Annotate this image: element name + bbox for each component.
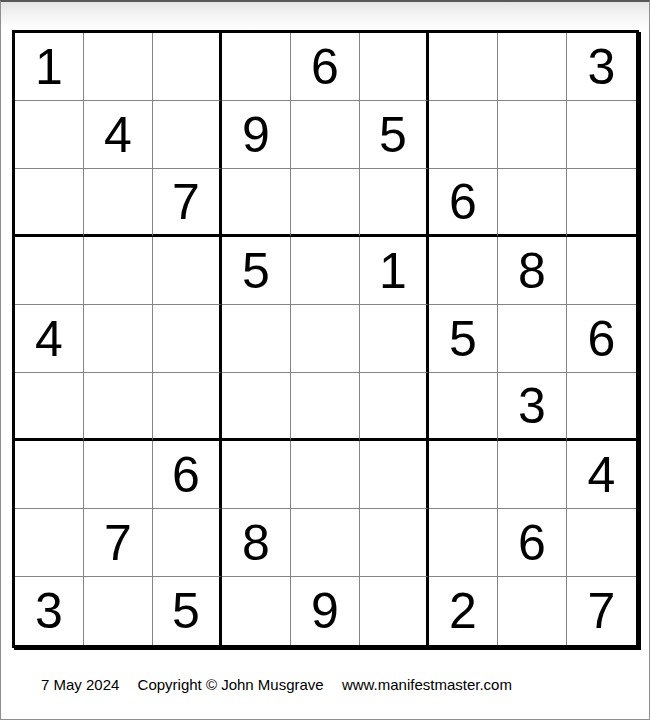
cell-r6c2 [84, 373, 153, 441]
cell-r3c4 [222, 169, 291, 237]
cell-r2c8 [498, 101, 567, 169]
cell-r9c7: 2 [429, 577, 498, 645]
footer-copyright: Copyright © John Musgrave [138, 676, 324, 693]
cell-r8c4: 8 [222, 509, 291, 577]
cell-r3c1 [15, 169, 84, 237]
cell-r6c7 [429, 373, 498, 441]
cell-r9c8 [498, 577, 567, 645]
cell-r1c3 [153, 33, 222, 101]
cell-r6c9 [567, 373, 636, 441]
cell-r2c1 [15, 101, 84, 169]
cell-r7c7 [429, 441, 498, 509]
cell-r2c2: 4 [84, 101, 153, 169]
cell-r3c9 [567, 169, 636, 237]
cell-r5c5 [291, 305, 360, 373]
cell-r6c4 [222, 373, 291, 441]
cell-r4c1 [15, 237, 84, 305]
cell-r1c1: 1 [15, 33, 84, 101]
cell-r9c1: 3 [15, 577, 84, 645]
cell-r5c2 [84, 305, 153, 373]
cell-r4c9 [567, 237, 636, 305]
cell-r8c7 [429, 509, 498, 577]
cell-r4c2 [84, 237, 153, 305]
cell-r9c2 [84, 577, 153, 645]
cell-r3c3: 7 [153, 169, 222, 237]
cell-r6c3 [153, 373, 222, 441]
cell-r4c3 [153, 237, 222, 305]
cell-r1c4 [222, 33, 291, 101]
cell-r8c9 [567, 509, 636, 577]
cell-r3c5 [291, 169, 360, 237]
cell-r7c9: 4 [567, 441, 636, 509]
cell-r3c2 [84, 169, 153, 237]
cell-r2c6: 5 [360, 101, 429, 169]
cell-r5c9: 6 [567, 305, 636, 373]
cell-r1c9: 3 [567, 33, 636, 101]
cell-r7c6 [360, 441, 429, 509]
cell-r9c3: 5 [153, 577, 222, 645]
cell-r7c1 [15, 441, 84, 509]
cell-r6c6 [360, 373, 429, 441]
cell-r5c8 [498, 305, 567, 373]
cell-r8c2: 7 [84, 509, 153, 577]
cell-r7c8 [498, 441, 567, 509]
page-header-strip [1, 2, 649, 30]
cell-r5c1: 4 [15, 305, 84, 373]
cell-r7c3: 6 [153, 441, 222, 509]
cell-r8c3 [153, 509, 222, 577]
cell-r2c5 [291, 101, 360, 169]
cell-r6c5 [291, 373, 360, 441]
cell-r6c1 [15, 373, 84, 441]
cell-r1c5: 6 [291, 33, 360, 101]
cell-r9c9: 7 [567, 577, 636, 645]
cell-r8c5 [291, 509, 360, 577]
cell-r4c8: 8 [498, 237, 567, 305]
cell-r5c6 [360, 305, 429, 373]
sudoku-grid: 1634957651845636478635927 [12, 30, 639, 648]
cell-r1c8 [498, 33, 567, 101]
cell-r7c4 [222, 441, 291, 509]
footer-date: 7 May 2024 [41, 676, 119, 693]
cell-r4c5 [291, 237, 360, 305]
cell-r3c7: 6 [429, 169, 498, 237]
cell-r5c7: 5 [429, 305, 498, 373]
cell-r2c7 [429, 101, 498, 169]
cell-r2c4: 9 [222, 101, 291, 169]
cell-r3c8 [498, 169, 567, 237]
cell-r2c9 [567, 101, 636, 169]
footer-website: www.manifestmaster.com [342, 676, 512, 693]
cell-r8c6 [360, 509, 429, 577]
cell-r6c8: 3 [498, 373, 567, 441]
puzzle-page: 1634957651845636478635927 7 May 2024 Cop… [0, 0, 650, 720]
cell-r2c3 [153, 101, 222, 169]
cell-r5c4 [222, 305, 291, 373]
cell-r7c5 [291, 441, 360, 509]
cell-r9c5: 9 [291, 577, 360, 645]
cell-r7c2 [84, 441, 153, 509]
cell-r9c4 [222, 577, 291, 645]
cell-r9c6 [360, 577, 429, 645]
cell-r1c7 [429, 33, 498, 101]
cell-r8c1 [15, 509, 84, 577]
cell-r4c4: 5 [222, 237, 291, 305]
footer: 7 May 2024 Copyright © John Musgrave www… [1, 676, 649, 693]
cell-r1c6 [360, 33, 429, 101]
cell-r3c6 [360, 169, 429, 237]
cell-r4c6: 1 [360, 237, 429, 305]
cell-r1c2 [84, 33, 153, 101]
cell-r8c8: 6 [498, 509, 567, 577]
cell-r5c3 [153, 305, 222, 373]
cell-r4c7 [429, 237, 498, 305]
